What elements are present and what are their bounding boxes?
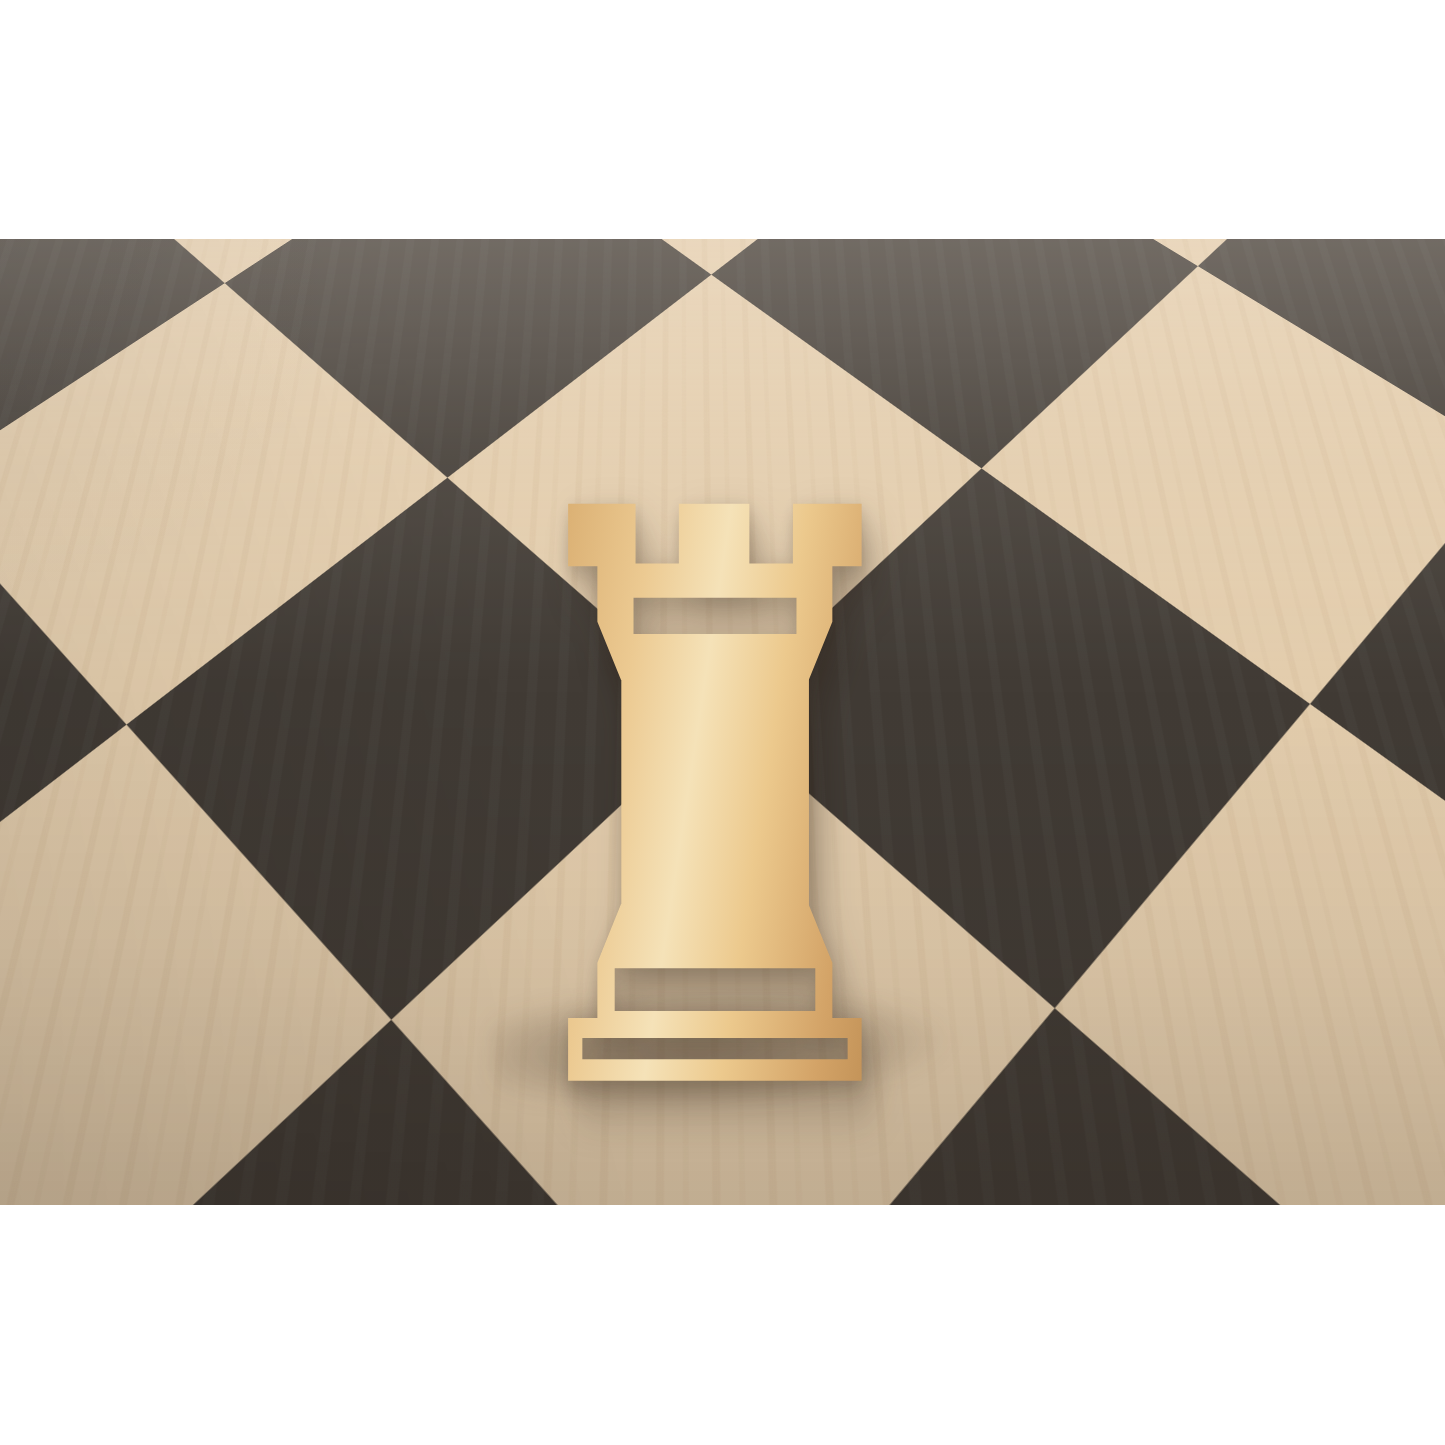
product-photo-frame: ♜: [0, 0, 1445, 1445]
chessboard-photo: ♜: [0, 239, 1445, 1205]
letterbox-bottom: [0, 1205, 1445, 1445]
white-rook: ♜: [481, 412, 948, 1202]
letterbox-top: [0, 0, 1445, 239]
